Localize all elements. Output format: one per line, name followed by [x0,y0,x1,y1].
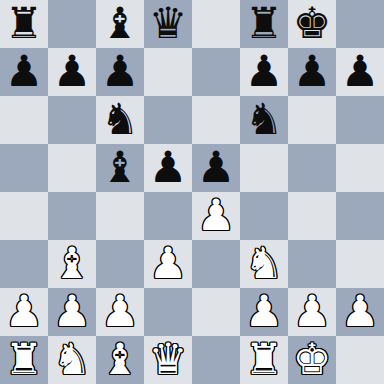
square-e5[interactable]: ♟ [192,144,240,192]
square-h1[interactable] [336,336,384,384]
white-pawn: ♟ [245,288,284,335]
square-c8[interactable]: ♝ [96,0,144,48]
square-d1[interactable]: ♛ [144,336,192,384]
white-knight: ♞ [245,240,284,287]
square-f6[interactable]: ♞ [240,96,288,144]
square-a4[interactable] [0,192,48,240]
square-g7[interactable]: ♟ [288,48,336,96]
white-pawn: ♟ [293,288,332,335]
black-pawn: ♟ [341,48,380,95]
chess-board: ♜♝♛♜♚♟♟♟♟♟♟♞♞♝♟♟♟♝♟♞♟♟♟♟♟♟♜♞♝♛♜♚ [0,0,384,384]
square-h7[interactable]: ♟ [336,48,384,96]
black-pawn: ♟ [53,48,92,95]
square-f3[interactable]: ♞ [240,240,288,288]
black-king: ♚ [293,0,332,47]
square-c7[interactable]: ♟ [96,48,144,96]
square-b7[interactable]: ♟ [48,48,96,96]
white-pawn: ♟ [341,288,380,335]
square-a8[interactable]: ♜ [0,0,48,48]
white-pawn: ♟ [5,288,44,335]
square-c3[interactable] [96,240,144,288]
black-pawn: ♟ [101,48,140,95]
square-a5[interactable] [0,144,48,192]
square-b6[interactable] [48,96,96,144]
black-queen: ♛ [149,0,188,47]
black-bishop: ♝ [101,0,140,47]
black-rook: ♜ [245,0,284,47]
black-rook: ♜ [5,0,44,47]
white-pawn: ♟ [53,288,92,335]
square-d8[interactable]: ♛ [144,0,192,48]
white-bishop: ♝ [101,336,140,383]
square-e2[interactable] [192,288,240,336]
square-g8[interactable]: ♚ [288,0,336,48]
black-knight: ♞ [245,96,284,143]
white-bishop: ♝ [53,240,92,287]
white-king: ♚ [293,336,332,383]
black-pawn: ♟ [149,144,188,191]
square-g5[interactable] [288,144,336,192]
square-h6[interactable] [336,96,384,144]
white-rook: ♜ [5,336,44,383]
square-e8[interactable] [192,0,240,48]
square-b8[interactable] [48,0,96,48]
square-e4[interactable]: ♟ [192,192,240,240]
square-a7[interactable]: ♟ [0,48,48,96]
black-pawn: ♟ [5,48,44,95]
square-b5[interactable] [48,144,96,192]
black-pawn: ♟ [245,48,284,95]
square-h8[interactable] [336,0,384,48]
square-c1[interactable]: ♝ [96,336,144,384]
square-d3[interactable]: ♟ [144,240,192,288]
square-e1[interactable] [192,336,240,384]
square-g2[interactable]: ♟ [288,288,336,336]
square-a1[interactable]: ♜ [0,336,48,384]
square-f4[interactable] [240,192,288,240]
square-g4[interactable] [288,192,336,240]
square-c5[interactable]: ♝ [96,144,144,192]
square-d2[interactable] [144,288,192,336]
square-c4[interactable] [96,192,144,240]
square-d4[interactable] [144,192,192,240]
square-g6[interactable] [288,96,336,144]
square-a3[interactable] [0,240,48,288]
square-f2[interactable]: ♟ [240,288,288,336]
white-knight: ♞ [53,336,92,383]
square-e6[interactable] [192,96,240,144]
black-pawn: ♟ [293,48,332,95]
square-f8[interactable]: ♜ [240,0,288,48]
square-b2[interactable]: ♟ [48,288,96,336]
square-h3[interactable] [336,240,384,288]
square-g3[interactable] [288,240,336,288]
square-f1[interactable]: ♜ [240,336,288,384]
square-b1[interactable]: ♞ [48,336,96,384]
square-a6[interactable] [0,96,48,144]
square-f5[interactable] [240,144,288,192]
white-rook: ♜ [245,336,284,383]
square-e3[interactable] [192,240,240,288]
square-h4[interactable] [336,192,384,240]
square-h2[interactable]: ♟ [336,288,384,336]
black-bishop: ♝ [101,144,140,191]
white-pawn: ♟ [149,240,188,287]
square-c2[interactable]: ♟ [96,288,144,336]
white-pawn: ♟ [197,192,236,239]
square-b4[interactable] [48,192,96,240]
square-b3[interactable]: ♝ [48,240,96,288]
square-f7[interactable]: ♟ [240,48,288,96]
square-e7[interactable] [192,48,240,96]
square-g1[interactable]: ♚ [288,336,336,384]
black-knight: ♞ [101,96,140,143]
square-d5[interactable]: ♟ [144,144,192,192]
square-a2[interactable]: ♟ [0,288,48,336]
white-pawn: ♟ [101,288,140,335]
square-d7[interactable] [144,48,192,96]
square-d6[interactable] [144,96,192,144]
square-h5[interactable] [336,144,384,192]
black-pawn: ♟ [197,144,236,191]
square-c6[interactable]: ♞ [96,96,144,144]
white-queen: ♛ [149,336,188,383]
